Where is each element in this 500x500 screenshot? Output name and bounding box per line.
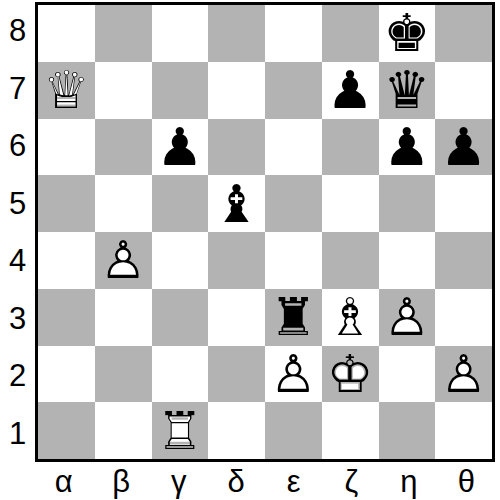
square-α1[interactable] [38,402,95,459]
black-piece-glyph: ♛ [384,64,431,116]
square-α7[interactable]: ♛♕ [38,62,95,119]
square-β3[interactable] [95,289,152,346]
square-ζ3[interactable]: ♝♗ [322,289,379,346]
square-η7[interactable]: ♛ [379,62,436,119]
white-king[interactable]: ♚♔ [322,346,379,403]
square-θ5[interactable] [435,175,492,232]
square-α3[interactable] [38,289,95,346]
black-pawn[interactable]: ♟ [152,119,209,176]
square-θ6[interactable]: ♟ [435,119,492,176]
black-piece-glyph: ♚ [384,7,431,59]
square-δ5[interactable]: ♝ [208,175,265,232]
square-ε3[interactable]: ♜ [265,289,322,346]
rank-label-2: 2 [0,347,35,405]
rank-label-3: 3 [0,290,35,348]
square-ε5[interactable] [265,175,322,232]
black-pawn[interactable]: ♟ [379,119,436,176]
square-γ6[interactable]: ♟ [152,119,209,176]
square-α4[interactable] [38,232,95,289]
square-β4[interactable]: ♟♙ [95,232,152,289]
black-rook[interactable]: ♜ [265,289,322,346]
square-ε1[interactable] [265,402,322,459]
square-η3[interactable]: ♟♙ [379,289,436,346]
square-β5[interactable] [95,175,152,232]
square-ζ4[interactable] [322,232,379,289]
square-γ3[interactable] [152,289,209,346]
white-bishop[interactable]: ♝♗ [322,289,379,346]
square-θ4[interactable] [435,232,492,289]
black-queen[interactable]: ♛ [379,62,436,119]
black-piece-glyph: ♟ [384,121,431,173]
white-piece-outline: ♕ [43,64,90,116]
black-piece-glyph: ♜ [270,291,317,343]
rank-label-5: 5 [0,175,35,233]
file-label-β: β [93,462,151,499]
square-α5[interactable] [38,175,95,232]
square-η4[interactable] [379,232,436,289]
square-β8[interactable] [95,5,152,62]
square-θ8[interactable] [435,5,492,62]
white-pawn[interactable]: ♟♙ [265,346,322,403]
square-α6[interactable] [38,119,95,176]
white-piece-outline: ♙ [270,348,317,400]
square-ζ6[interactable] [322,119,379,176]
file-label-δ: δ [208,462,266,499]
white-piece-outline: ♗ [327,291,374,343]
square-γ1[interactable]: ♜♖ [152,402,209,459]
black-piece-glyph: ♝ [213,178,260,230]
square-β1[interactable] [95,402,152,459]
file-label-γ: γ [150,462,208,499]
file-label-η: η [380,462,438,499]
rank-label-4: 4 [0,232,35,290]
square-ε7[interactable] [265,62,322,119]
square-ζ8[interactable] [322,5,379,62]
square-ε8[interactable] [265,5,322,62]
square-δ8[interactable] [208,5,265,62]
rank-label-8: 8 [0,2,35,60]
square-ε6[interactable] [265,119,322,176]
square-ζ2[interactable]: ♚♔ [322,346,379,403]
square-γ8[interactable] [152,5,209,62]
file-label-ζ: ζ [323,462,381,499]
square-γ7[interactable] [152,62,209,119]
square-η5[interactable] [379,175,436,232]
square-δ3[interactable] [208,289,265,346]
black-pawn[interactable]: ♟ [322,62,379,119]
black-bishop[interactable]: ♝ [208,175,265,232]
black-king[interactable]: ♚ [379,5,436,62]
white-queen[interactable]: ♛♕ [38,62,95,119]
black-piece-glyph: ♟ [440,121,487,173]
white-piece-outline: ♖ [157,405,204,457]
black-pawn[interactable]: ♟ [435,119,492,176]
square-ε4[interactable] [265,232,322,289]
square-γ2[interactable] [152,346,209,403]
file-label-θ: θ [438,462,496,499]
square-η1[interactable] [379,402,436,459]
square-θ3[interactable] [435,289,492,346]
square-β6[interactable] [95,119,152,176]
rank-labels: 87654321 [0,2,35,462]
square-γ5[interactable] [152,175,209,232]
square-ζ1[interactable] [322,402,379,459]
white-rook[interactable]: ♜♖ [152,402,209,459]
chess-board: ♚♛♕♟♛♟♟♟♝♟♙♜♝♗♟♙♟♙♚♔♟♙♜♖ [35,2,495,462]
square-η2[interactable] [379,346,436,403]
white-pawn[interactable]: ♟♙ [435,346,492,403]
square-δ7[interactable] [208,62,265,119]
square-δ2[interactable] [208,346,265,403]
white-piece-outline: ♔ [327,348,374,400]
square-θ2[interactable]: ♟♙ [435,346,492,403]
white-pawn[interactable]: ♟♙ [379,289,436,346]
square-η6[interactable]: ♟ [379,119,436,176]
square-α2[interactable] [38,346,95,403]
white-piece-outline: ♙ [384,291,431,343]
rank-label-1: 1 [0,405,35,463]
file-labels: αβγδεζηθ [35,462,495,499]
chess-diagram-page: 87654321 ♚♛♕♟♛♟♟♟♝♟♙♜♝♗♟♙♟♙♚♔♟♙♜♖ αβγδεζ… [0,0,500,500]
file-label-α: α [35,462,93,499]
square-θ7[interactable] [435,62,492,119]
square-ε2[interactable]: ♟♙ [265,346,322,403]
square-γ4[interactable] [152,232,209,289]
black-piece-glyph: ♟ [327,64,374,116]
square-β2[interactable] [95,346,152,403]
square-δ1[interactable] [208,402,265,459]
square-δ4[interactable] [208,232,265,289]
square-β7[interactable] [95,62,152,119]
white-piece-outline: ♙ [100,234,147,286]
white-piece-outline: ♙ [440,348,487,400]
rank-label-7: 7 [0,60,35,118]
square-θ1[interactable] [435,402,492,459]
square-ζ5[interactable] [322,175,379,232]
rank-label-6: 6 [0,117,35,175]
square-η8[interactable]: ♚ [379,5,436,62]
square-α8[interactable] [38,5,95,62]
square-δ6[interactable] [208,119,265,176]
white-pawn[interactable]: ♟♙ [95,232,152,289]
black-piece-glyph: ♟ [157,121,204,173]
file-label-ε: ε [265,462,323,499]
square-ζ7[interactable]: ♟ [322,62,379,119]
